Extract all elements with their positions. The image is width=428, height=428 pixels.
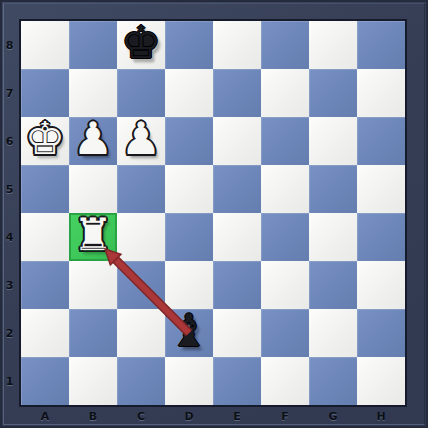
square-d1[interactable]: [165, 357, 213, 405]
square-e8[interactable]: [213, 21, 261, 69]
rank-label-5: 5: [0, 165, 19, 213]
square-g2[interactable]: [309, 309, 357, 357]
white-pawn[interactable]: ♟: [73, 115, 113, 163]
square-d7[interactable]: [165, 69, 213, 117]
square-f1[interactable]: [261, 357, 309, 405]
square-c4[interactable]: [117, 213, 165, 261]
rank-label-2: 2: [0, 309, 19, 357]
square-a4[interactable]: [21, 213, 69, 261]
square-a5[interactable]: [21, 165, 69, 213]
square-h8[interactable]: [357, 21, 405, 69]
square-c6[interactable]: ♟: [117, 117, 165, 165]
rank-labels: 87654321: [0, 21, 19, 405]
file-label-d: D: [165, 405, 213, 428]
board: ♚♚♟♟♜♝: [19, 19, 407, 407]
square-e6[interactable]: [213, 117, 261, 165]
square-e1[interactable]: [213, 357, 261, 405]
square-e4[interactable]: [213, 213, 261, 261]
square-g4[interactable]: [309, 213, 357, 261]
square-d2[interactable]: ♝: [165, 309, 213, 357]
square-d3[interactable]: [165, 261, 213, 309]
square-d5[interactable]: [165, 165, 213, 213]
square-a6[interactable]: ♚: [21, 117, 69, 165]
rank-label-3: 3: [0, 261, 19, 309]
black-bishop[interactable]: ♝: [169, 307, 209, 355]
square-h2[interactable]: [357, 309, 405, 357]
square-c8[interactable]: ♚: [117, 21, 165, 69]
square-b1[interactable]: [69, 357, 117, 405]
rank-label-7: 7: [0, 69, 19, 117]
square-h6[interactable]: [357, 117, 405, 165]
rank-label-4: 4: [0, 213, 19, 261]
file-label-c: C: [117, 405, 165, 428]
file-label-f: F: [261, 405, 309, 428]
square-h7[interactable]: [357, 69, 405, 117]
square-e7[interactable]: [213, 69, 261, 117]
rank-label-1: 1: [0, 357, 19, 405]
square-g7[interactable]: [309, 69, 357, 117]
square-b7[interactable]: [69, 69, 117, 117]
square-c1[interactable]: [117, 357, 165, 405]
square-h4[interactable]: [357, 213, 405, 261]
square-h1[interactable]: [357, 357, 405, 405]
white-king[interactable]: ♚: [25, 115, 65, 163]
file-label-e: E: [213, 405, 261, 428]
square-a3[interactable]: [21, 261, 69, 309]
square-b6[interactable]: ♟: [69, 117, 117, 165]
square-b5[interactable]: [69, 165, 117, 213]
square-f4[interactable]: [261, 213, 309, 261]
square-g1[interactable]: [309, 357, 357, 405]
square-g6[interactable]: [309, 117, 357, 165]
square-g8[interactable]: [309, 21, 357, 69]
square-b4[interactable]: ♜: [69, 213, 117, 261]
square-f5[interactable]: [261, 165, 309, 213]
square-e3[interactable]: [213, 261, 261, 309]
square-a7[interactable]: [21, 69, 69, 117]
square-b2[interactable]: [69, 309, 117, 357]
square-h3[interactable]: [357, 261, 405, 309]
square-c3[interactable]: [117, 261, 165, 309]
square-g3[interactable]: [309, 261, 357, 309]
square-f3[interactable]: [261, 261, 309, 309]
square-d6[interactable]: [165, 117, 213, 165]
square-b3[interactable]: [69, 261, 117, 309]
square-c7[interactable]: [117, 69, 165, 117]
chess-board-frame: ♚♚♟♟♜♝ 87654321 ABCDEFGH: [0, 0, 428, 428]
square-a2[interactable]: [21, 309, 69, 357]
square-a8[interactable]: [21, 21, 69, 69]
square-f2[interactable]: [261, 309, 309, 357]
square-e2[interactable]: [213, 309, 261, 357]
square-c2[interactable]: [117, 309, 165, 357]
file-labels: ABCDEFGH: [21, 405, 405, 428]
square-f6[interactable]: [261, 117, 309, 165]
file-label-b: B: [69, 405, 117, 428]
square-f8[interactable]: [261, 21, 309, 69]
rank-label-8: 8: [0, 21, 19, 69]
square-b8[interactable]: [69, 21, 117, 69]
square-h5[interactable]: [357, 165, 405, 213]
white-pawn[interactable]: ♟: [121, 115, 161, 163]
square-e5[interactable]: [213, 165, 261, 213]
file-label-a: A: [21, 405, 69, 428]
square-a1[interactable]: [21, 357, 69, 405]
square-f7[interactable]: [261, 69, 309, 117]
square-d8[interactable]: [165, 21, 213, 69]
file-label-g: G: [309, 405, 357, 428]
white-rook[interactable]: ♜: [73, 211, 113, 259]
black-king[interactable]: ♚: [121, 19, 161, 67]
file-label-h: H: [357, 405, 405, 428]
square-d4[interactable]: [165, 213, 213, 261]
rank-label-6: 6: [0, 117, 19, 165]
square-c5[interactable]: [117, 165, 165, 213]
square-g5[interactable]: [309, 165, 357, 213]
